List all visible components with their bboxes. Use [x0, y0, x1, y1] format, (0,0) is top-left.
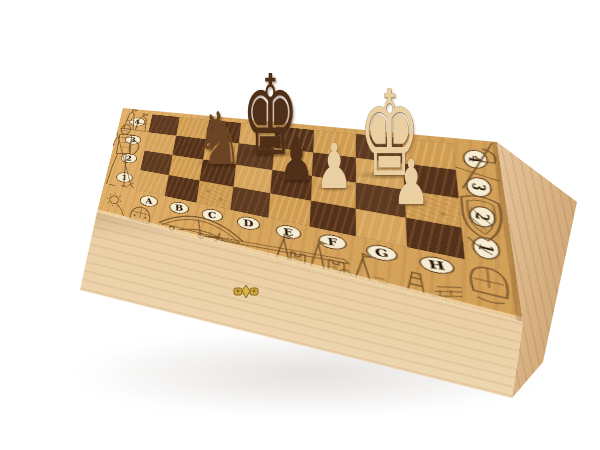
square-a1[interactable]	[136, 170, 169, 196]
square-c1[interactable]	[196, 181, 233, 210]
chess-box-scene: ABCDEFGH11223344	[0, 0, 600, 450]
brass-clasp-icon	[233, 282, 259, 302]
piece-light-pawn[interactable]: ♟	[390, 146, 431, 219]
piece-dark-pawn[interactable]: ♟	[276, 124, 316, 194]
piece-light-pawn[interactable]: ♟	[313, 130, 354, 203]
square-d1[interactable]	[231, 187, 271, 218]
